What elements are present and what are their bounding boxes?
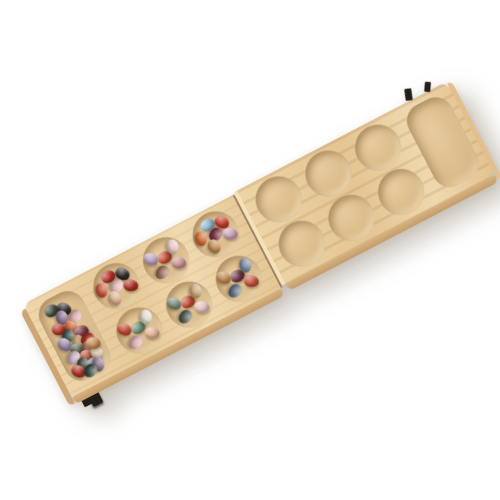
gem-stone <box>194 300 210 313</box>
gem-stone <box>205 237 223 256</box>
gem-stone <box>142 251 161 268</box>
right-pit-grid <box>241 110 439 281</box>
gem-stone <box>176 307 195 326</box>
gem-stone <box>243 274 259 287</box>
gem-stone <box>222 227 238 240</box>
gem-stone <box>106 289 124 308</box>
latch-hardware-icon <box>86 387 104 407</box>
gem-stone <box>123 279 139 292</box>
gem-stone <box>144 326 160 339</box>
gem-stone <box>115 320 134 337</box>
board-right-half <box>233 81 494 285</box>
gem-stone <box>171 256 187 269</box>
left-pit-grid <box>79 197 277 368</box>
gem-stone <box>214 269 233 286</box>
hinge-hardware-icon <box>404 88 413 101</box>
board-left-half <box>23 194 283 397</box>
hinge-hardware-icon <box>424 81 431 91</box>
gem-stone <box>126 333 145 352</box>
mancala-board <box>23 81 499 398</box>
gem-stone <box>164 295 183 312</box>
product-photo-stage <box>0 0 500 500</box>
gem-stone <box>225 281 244 300</box>
gem-stone <box>153 263 172 282</box>
